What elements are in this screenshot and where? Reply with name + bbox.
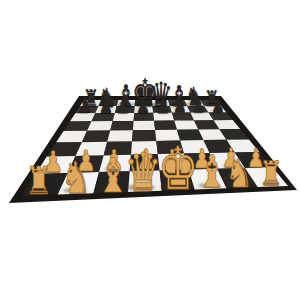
square-e4 [155, 130, 180, 141]
chess-photo-stage: ♜♞♝♚♛♝♞♜♟♟♟♟♟♟♟♟♟♟♟♟♟♟♟♟♜♞♝♛♚♝♞♜ [0, 0, 300, 300]
square-f7 [170, 106, 191, 113]
square-e2 [158, 154, 189, 171]
square-f8 [168, 100, 187, 106]
square-e8 [152, 100, 170, 106]
square-d7 [134, 106, 153, 113]
square-d6 [134, 113, 155, 121]
square-b8 [99, 100, 119, 106]
square-e3 [156, 141, 184, 155]
square-c8 [117, 100, 136, 106]
square-e6 [153, 113, 174, 121]
square-c1 [93, 171, 129, 193]
square-c7 [115, 106, 135, 113]
square-e7 [153, 106, 172, 113]
square-e5 [154, 121, 177, 130]
square-d1 [128, 170, 162, 192]
square-c3 [104, 141, 132, 155]
square-c5 [110, 121, 133, 131]
square-e1 [160, 170, 195, 191]
square-f6 [172, 113, 194, 121]
square-d2 [130, 154, 160, 171]
square-b6 [92, 113, 115, 121]
chess-board [0, 0, 300, 300]
square-d3 [131, 141, 158, 155]
square-b7 [95, 106, 116, 113]
square-c2 [99, 155, 131, 172]
square-d4 [132, 130, 156, 141]
square-c4 [107, 130, 133, 142]
square-b5 [87, 121, 113, 131]
square-d8 [135, 100, 153, 106]
square-c6 [113, 113, 135, 121]
square-d5 [133, 121, 155, 131]
